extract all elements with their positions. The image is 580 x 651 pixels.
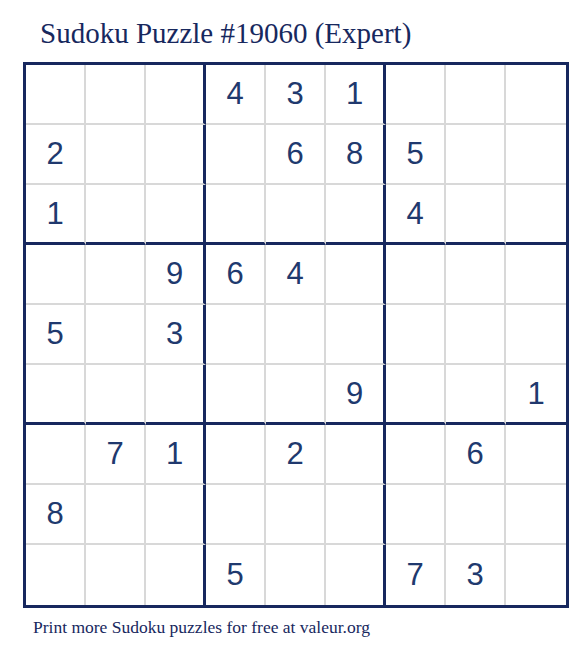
cell-r2c5[interactable]: 6 bbox=[266, 125, 326, 185]
cell-r6c8[interactable] bbox=[446, 365, 506, 425]
cell-r4c7[interactable] bbox=[386, 245, 446, 305]
cell-r3c4[interactable] bbox=[206, 185, 266, 245]
cell-r2c4[interactable] bbox=[206, 125, 266, 185]
cell-r8c7[interactable] bbox=[386, 485, 446, 545]
cell-r9c3[interactable] bbox=[146, 545, 206, 605]
cell-r7c5[interactable]: 2 bbox=[266, 425, 326, 485]
cell-r9c9[interactable] bbox=[506, 545, 566, 605]
cell-r7c1[interactable] bbox=[26, 425, 86, 485]
cell-r7c4[interactable] bbox=[206, 425, 266, 485]
cell-r6c2[interactable] bbox=[86, 365, 146, 425]
cell-r8c8[interactable] bbox=[446, 485, 506, 545]
cell-r6c5[interactable] bbox=[266, 365, 326, 425]
cell-r2c8[interactable] bbox=[446, 125, 506, 185]
cell-r3c5[interactable] bbox=[266, 185, 326, 245]
cell-r5c1[interactable]: 5 bbox=[26, 305, 86, 365]
footer-text: Print more Sudoku puzzles for free at va… bbox=[33, 617, 370, 638]
page-title: Sudoku Puzzle #19060 (Expert) bbox=[40, 17, 411, 50]
cell-r8c5[interactable] bbox=[266, 485, 326, 545]
cell-r9c7[interactable]: 7 bbox=[386, 545, 446, 605]
cell-r8c3[interactable] bbox=[146, 485, 206, 545]
cell-r4c9[interactable] bbox=[506, 245, 566, 305]
cell-r1c8[interactable] bbox=[446, 65, 506, 125]
cell-r4c2[interactable] bbox=[86, 245, 146, 305]
cell-r7c3[interactable]: 1 bbox=[146, 425, 206, 485]
cell-r3c8[interactable] bbox=[446, 185, 506, 245]
cell-r6c4[interactable] bbox=[206, 365, 266, 425]
cell-r4c6[interactable] bbox=[326, 245, 386, 305]
cell-r5c6[interactable] bbox=[326, 305, 386, 365]
cell-r3c3[interactable] bbox=[146, 185, 206, 245]
cell-r5c3[interactable]: 3 bbox=[146, 305, 206, 365]
cell-r3c1[interactable]: 1 bbox=[26, 185, 86, 245]
sudoku-page: Sudoku Puzzle #19060 (Expert) 4312685149… bbox=[0, 0, 580, 651]
cell-r1c4[interactable]: 4 bbox=[206, 65, 266, 125]
cell-r8c9[interactable] bbox=[506, 485, 566, 545]
cell-r4c5[interactable]: 4 bbox=[266, 245, 326, 305]
cell-r3c7[interactable]: 4 bbox=[386, 185, 446, 245]
cell-r4c8[interactable] bbox=[446, 245, 506, 305]
cell-r5c5[interactable] bbox=[266, 305, 326, 365]
cell-r5c4[interactable] bbox=[206, 305, 266, 365]
cell-r4c4[interactable]: 6 bbox=[206, 245, 266, 305]
cell-r7c6[interactable] bbox=[326, 425, 386, 485]
cell-r5c9[interactable] bbox=[506, 305, 566, 365]
cell-r5c8[interactable] bbox=[446, 305, 506, 365]
cell-r7c8[interactable]: 6 bbox=[446, 425, 506, 485]
cell-r8c2[interactable] bbox=[86, 485, 146, 545]
cell-r9c8[interactable]: 3 bbox=[446, 545, 506, 605]
cell-r3c2[interactable] bbox=[86, 185, 146, 245]
cell-r9c5[interactable] bbox=[266, 545, 326, 605]
cell-r1c1[interactable] bbox=[26, 65, 86, 125]
cell-r7c2[interactable]: 7 bbox=[86, 425, 146, 485]
cell-r4c1[interactable] bbox=[26, 245, 86, 305]
cell-r7c9[interactable] bbox=[506, 425, 566, 485]
cell-r8c6[interactable] bbox=[326, 485, 386, 545]
cell-r4c3[interactable]: 9 bbox=[146, 245, 206, 305]
cell-r5c7[interactable] bbox=[386, 305, 446, 365]
sudoku-board: 431268514964539171268573 bbox=[23, 62, 569, 608]
cell-r5c2[interactable] bbox=[86, 305, 146, 365]
cell-r6c3[interactable] bbox=[146, 365, 206, 425]
cell-r6c1[interactable] bbox=[26, 365, 86, 425]
cell-r1c7[interactable] bbox=[386, 65, 446, 125]
cell-r2c9[interactable] bbox=[506, 125, 566, 185]
cell-r9c6[interactable] bbox=[326, 545, 386, 605]
cell-r9c4[interactable]: 5 bbox=[206, 545, 266, 605]
cell-r2c2[interactable] bbox=[86, 125, 146, 185]
cell-r2c1[interactable]: 2 bbox=[26, 125, 86, 185]
cell-r1c6[interactable]: 1 bbox=[326, 65, 386, 125]
cell-r2c6[interactable]: 8 bbox=[326, 125, 386, 185]
cell-r1c3[interactable] bbox=[146, 65, 206, 125]
cell-r2c3[interactable] bbox=[146, 125, 206, 185]
cell-r3c9[interactable] bbox=[506, 185, 566, 245]
cell-r7c7[interactable] bbox=[386, 425, 446, 485]
cell-r9c1[interactable] bbox=[26, 545, 86, 605]
cell-r6c9[interactable]: 1 bbox=[506, 365, 566, 425]
cell-r6c6[interactable]: 9 bbox=[326, 365, 386, 425]
cell-r8c1[interactable]: 8 bbox=[26, 485, 86, 545]
cell-r8c4[interactable] bbox=[206, 485, 266, 545]
cell-r9c2[interactable] bbox=[86, 545, 146, 605]
cell-r2c7[interactable]: 5 bbox=[386, 125, 446, 185]
cell-r1c9[interactable] bbox=[506, 65, 566, 125]
cell-r1c2[interactable] bbox=[86, 65, 146, 125]
cell-r6c7[interactable] bbox=[386, 365, 446, 425]
cell-r3c6[interactable] bbox=[326, 185, 386, 245]
cell-r1c5[interactable]: 3 bbox=[266, 65, 326, 125]
